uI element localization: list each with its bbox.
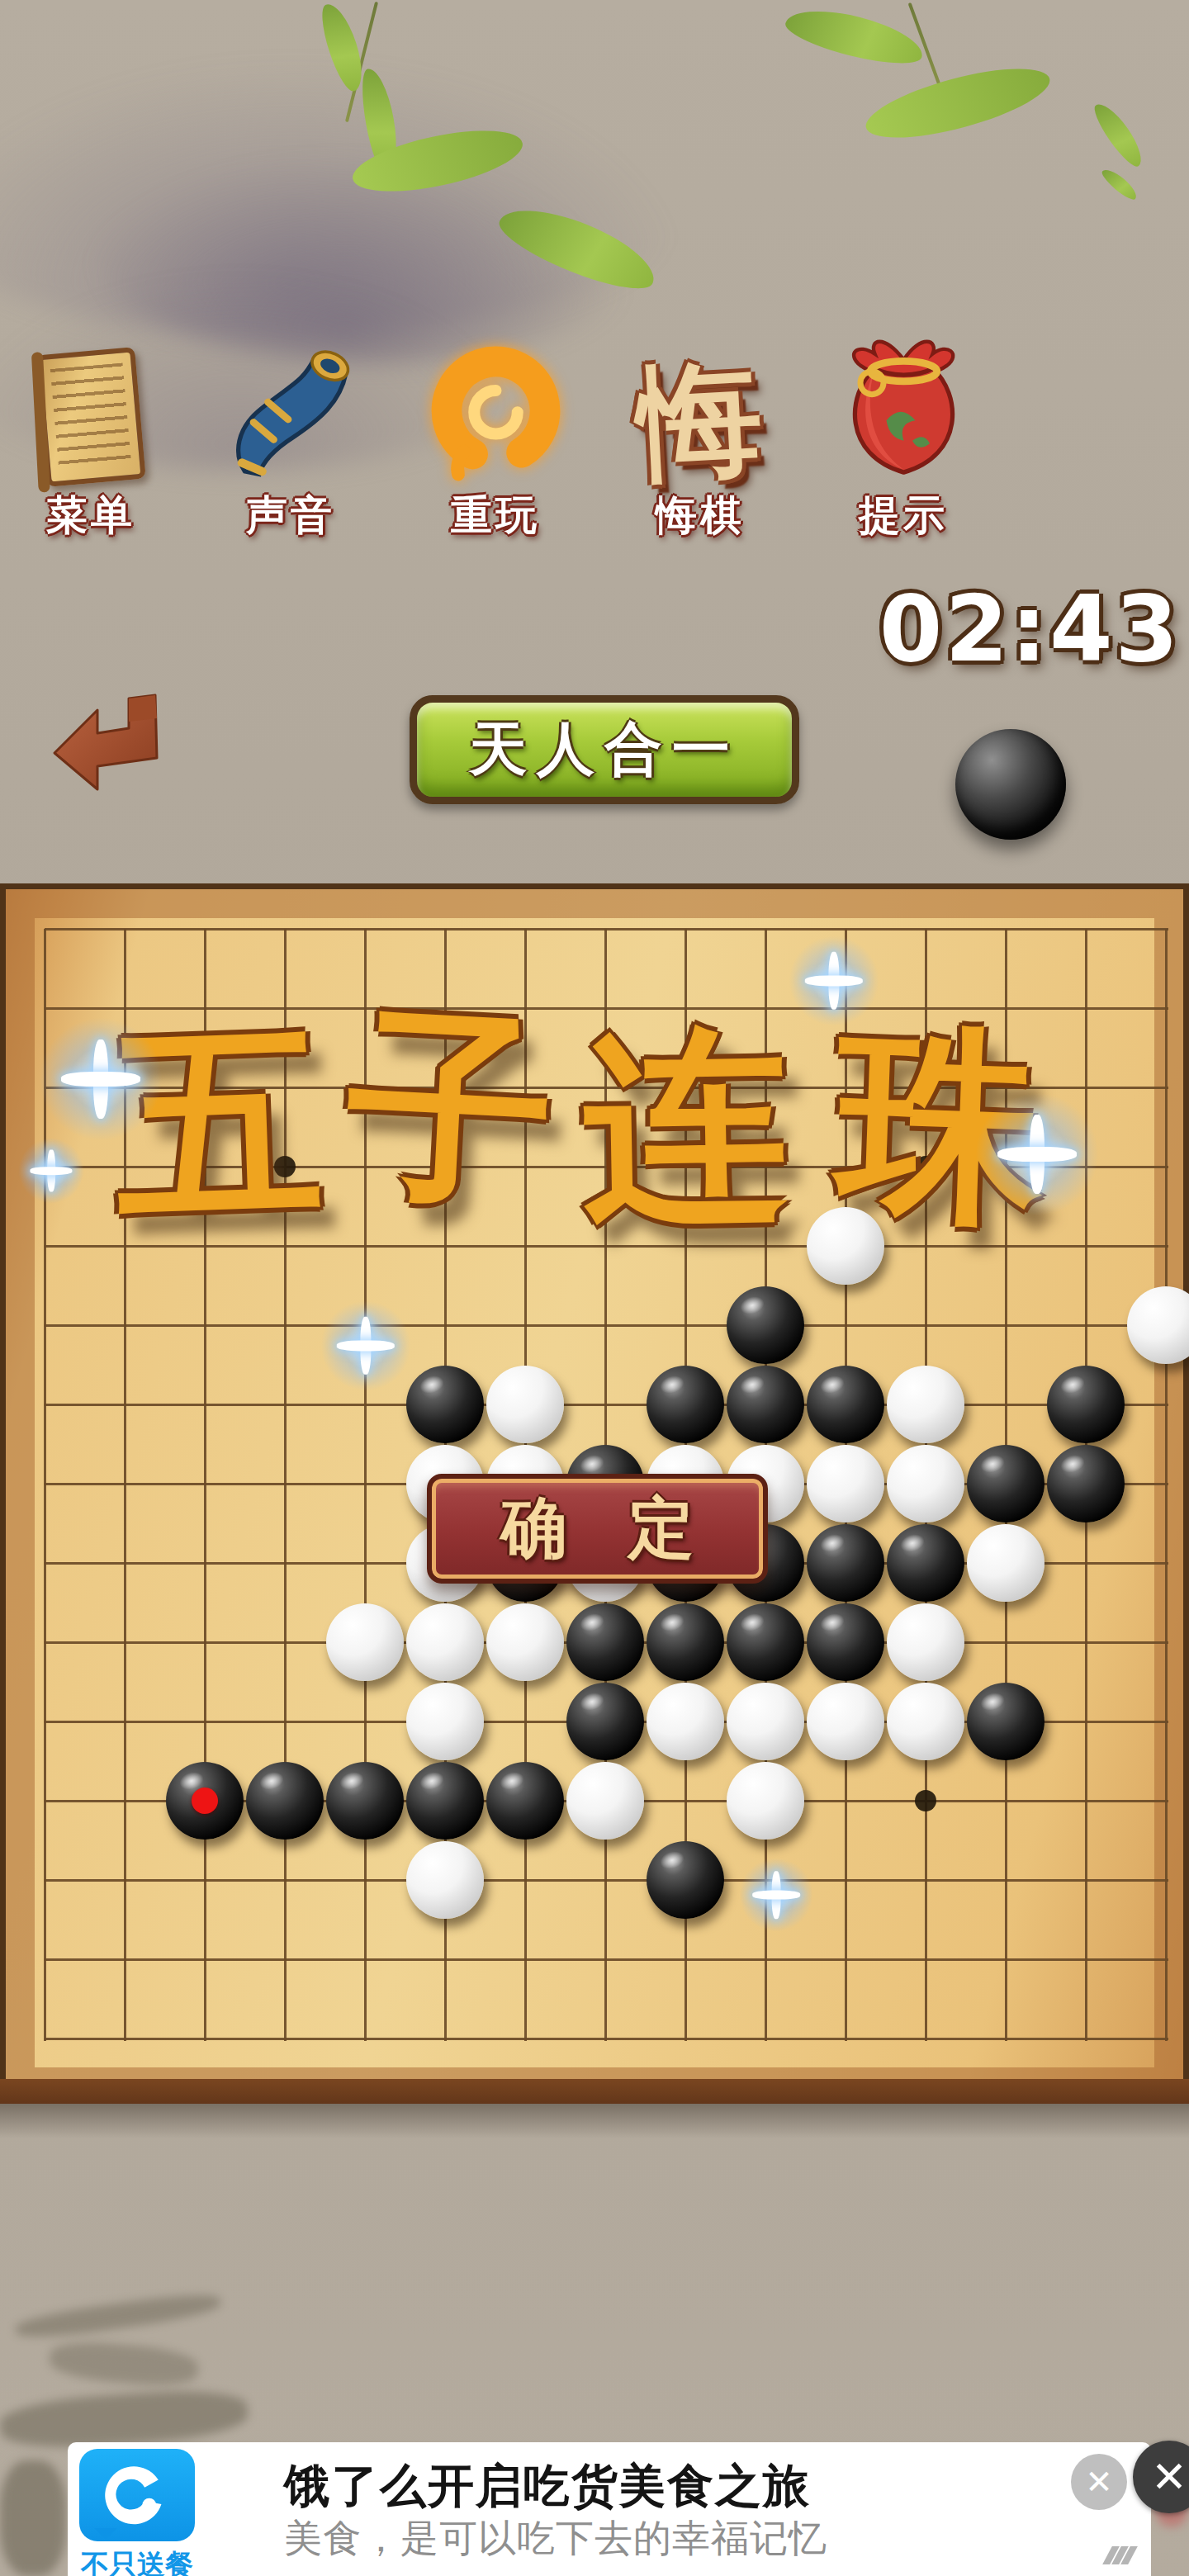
confirm-button[interactable]: 确定 [427,1474,768,1584]
bamboo-leaf [492,194,664,302]
black-stone [967,1683,1045,1760]
sparkle-effect [739,1858,813,1932]
white-stone [807,1683,884,1760]
turn-indicator-black-stone [955,729,1066,840]
black-stone [727,1366,804,1443]
black-stone [727,1286,804,1364]
white-stone [887,1445,964,1522]
hint-button[interactable]: 提示 [808,330,998,543]
white-stone [967,1524,1045,1602]
grid-line-h [45,2038,1168,2040]
board-shadow [0,2104,1189,2138]
undo-label: 悔棋 [605,488,795,543]
board-title-char: 连 [560,1019,811,1229]
ink-boat-art [14,2290,222,2343]
undo-button[interactable]: 悔 悔棋 [605,330,795,543]
ad-close-icon[interactable]: ✕ [1071,2454,1127,2510]
gomoku-board[interactable]: 五子连珠确定 [0,883,1189,2102]
white-stone [887,1683,964,1760]
bamboo-leaf [860,54,1056,151]
bamboo-leaf [348,119,528,203]
menu-label: 菜单 [0,488,186,543]
black-stone [1047,1445,1125,1522]
white-stone [727,1683,804,1760]
bamboo-leaf [357,66,403,177]
black-stone [887,1524,964,1602]
ad-network-icon [1107,2540,1135,2571]
star-point [915,1790,936,1811]
board-title-char: 五 [92,1016,347,1230]
ad-label-row [1107,2540,1139,2571]
mode-label: 天人合一 [469,711,740,788]
white-stone [887,1603,964,1681]
ad-title: 饿了么开启吃货美食之旅 [284,2455,811,2518]
white-stone [807,1207,884,1285]
eleme-logo [79,2449,195,2541]
board-title-char: 珠 [814,1018,1069,1233]
grid-line-h [45,1879,1168,1882]
sparkle-effect [18,1138,84,1204]
scroll-icon [36,347,145,487]
black-stone [1047,1366,1125,1443]
hui-character-icon: 悔 [635,356,765,486]
confirm-label: 确定 [440,1485,756,1574]
black-stone [406,1762,484,1840]
sound-label: 声音 [196,488,386,543]
white-stone [727,1762,804,1840]
bamboo-leaf [1089,98,1149,172]
bamboo-leaf [782,0,928,73]
black-stone [807,1603,884,1681]
black-stone [647,1841,724,1919]
ink-boat-art [48,2338,199,2389]
sound-button[interactable]: 声音 [196,330,386,543]
bamboo-leaf [315,0,370,95]
white-stone [326,1603,404,1681]
ad-subtitle: 美食，是可以吃下去的幸福记忆 [284,2513,827,2564]
black-stone [486,1762,564,1840]
ink-reed-art [0,2460,66,2576]
white-stone [486,1366,564,1443]
black-stone [566,1603,644,1681]
black-stone [807,1366,884,1443]
white-stone [406,1841,484,1919]
hint-label: 提示 [808,488,998,543]
black-stone [326,1762,404,1840]
ad-banner[interactable]: 不只送餐 饿了么开启吃货美食之旅 美食，是可以吃下去的幸福记忆 ✕ [68,2442,1151,2576]
white-stone [566,1762,644,1840]
white-stone [887,1366,964,1443]
bamboo-twig [345,2,378,123]
grid-line-v [1165,929,1168,2041]
replay-button[interactable]: 重玩 [400,330,590,543]
black-stone [647,1603,724,1681]
menu-button[interactable]: 菜单 [0,330,186,543]
game-screen: 菜单 声音 重玩 悔 悔棋 [0,0,1189,2576]
black-stone [967,1445,1045,1522]
horn-icon [219,339,363,483]
black-stone [406,1366,484,1443]
black-stone [647,1366,724,1443]
white-stone [647,1683,724,1760]
mode-button[interactable]: 天人合一 [410,695,799,804]
grid-line-h [45,1958,1168,1961]
board-frame-bottom [0,2079,1189,2104]
flame-swirl-icon [424,339,568,483]
black-stone [727,1603,804,1681]
last-move-marker [192,1788,218,1814]
white-stone [406,1683,484,1760]
black-stone [807,1524,884,1602]
red-pouch-icon [831,330,976,483]
bamboo-twig [908,2,945,97]
brand-tagline: 不只送餐 [68,2546,206,2576]
bamboo-leaf [1099,165,1140,203]
game-timer: 02:43 [875,576,1181,682]
back-button[interactable] [43,685,167,809]
replay-label: 重玩 [400,488,590,543]
mountain-art [0,58,685,339]
white-stone [1127,1286,1189,1364]
white-stone [807,1445,884,1522]
board-title-char: 子 [322,998,580,1217]
black-stone [246,1762,324,1840]
black-stone [566,1683,644,1760]
white-stone [486,1603,564,1681]
white-stone [406,1603,484,1681]
